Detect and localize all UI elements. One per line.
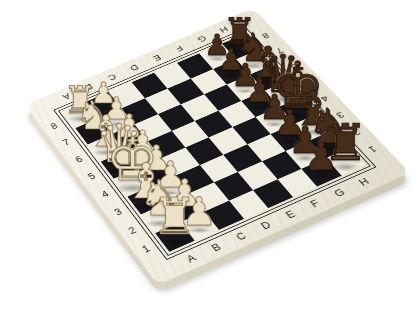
piece-black-pawn[interactable]: ♟ xyxy=(304,138,339,177)
piece-white-rook[interactable]: ♜ xyxy=(152,192,198,243)
pieces-layer: ♜♞♝♛♚♝♞♜♟♟♟♟♟♟♟♟♜♞♝♛♚♝♞♜♟♟♟♟♟♟♟♟ xyxy=(0,0,419,330)
chess-set-photo: AA11BB22CC33DD44EE55FF66GG77HH88 ♜♞♝♛♚♝♞… xyxy=(0,0,419,330)
